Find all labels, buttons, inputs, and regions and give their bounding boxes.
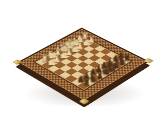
chess-set-scene: ♜♞♝♛♚♝♞♜♟♟♟♟♟♟♟♟♟♟♟♟♟♟♟♟♜♞♝♛♚♝♞♜	[0, 0, 166, 120]
product-photo-page: { "game": "chess", "scene": { "descripti…	[0, 0, 166, 120]
chess-board: ♜♞♝♛♚♝♞♜♟♟♟♟♟♟♟♟♟♟♟♟♟♟♟♟♜♞♝♛♚♝♞♜	[16, 28, 149, 103]
